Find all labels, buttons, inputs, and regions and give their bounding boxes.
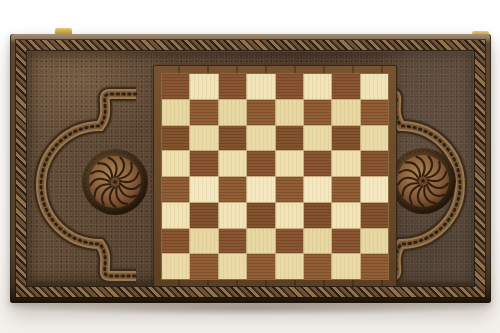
rope-border bbox=[16, 40, 485, 297]
photo-background bbox=[0, 0, 500, 333]
board-case bbox=[10, 34, 491, 303]
